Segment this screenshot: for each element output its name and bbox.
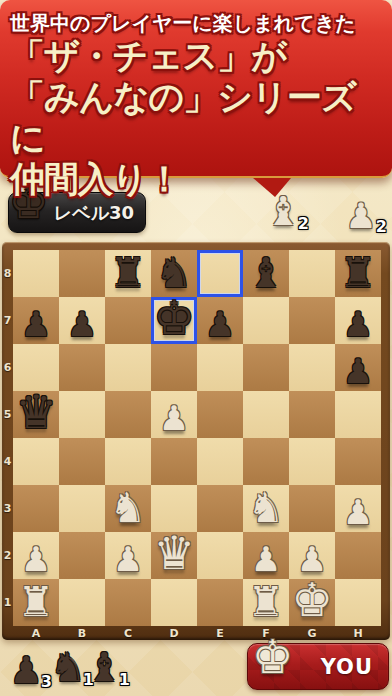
square-h3[interactable]: ♟ <box>335 485 381 532</box>
white-rook-f1[interactable]: ♜ <box>248 582 285 623</box>
white-pawn-h3[interactable]: ♟ <box>343 495 373 529</box>
rank-label-1: 1 <box>2 579 13 626</box>
square-d1[interactable] <box>151 579 197 626</box>
black-pawn-h6[interactable]: ♟ <box>343 354 373 388</box>
rank-label-2: 2 <box>2 532 13 579</box>
file-label-b: B <box>59 626 105 640</box>
square-b4[interactable] <box>59 438 105 485</box>
square-c5[interactable] <box>105 391 151 438</box>
square-g3[interactable] <box>289 485 335 532</box>
square-e2[interactable] <box>197 532 243 579</box>
promo-banner: 世界中のプレイヤーに楽しまれてきた 「ザ・チェス」が 「みんなの」シリーズに 仲… <box>0 0 392 178</box>
square-e7[interactable]: ♟ <box>197 297 243 344</box>
square-b5[interactable] <box>59 391 105 438</box>
square-a5[interactable]: ♛ <box>13 391 59 438</box>
square-d4[interactable] <box>151 438 197 485</box>
square-h1[interactable] <box>335 579 381 626</box>
square-d3[interactable] <box>151 485 197 532</box>
square-c3[interactable]: ♞ <box>105 485 151 532</box>
square-a1[interactable]: ♜ <box>13 579 59 626</box>
square-a3[interactable] <box>13 485 59 532</box>
black-rook-h8[interactable]: ♜ <box>340 253 377 294</box>
rank-label-7: 7 <box>2 297 13 344</box>
white-king-icon: ♚ <box>252 634 293 680</box>
square-c1[interactable] <box>105 579 151 626</box>
square-g1[interactable]: ♚ <box>289 579 335 626</box>
white-pawn-d5[interactable]: ♟ <box>159 401 189 435</box>
rank-label-6: 6 <box>2 344 13 391</box>
square-g7[interactable] <box>289 297 335 344</box>
white-pawn-c2[interactable]: ♟ <box>113 542 143 576</box>
square-f8[interactable]: ♝ <box>243 250 289 297</box>
square-a4[interactable] <box>13 438 59 485</box>
banner-line-4: 仲間入り！ <box>10 159 382 200</box>
banner-line-2: 「ザ・チェス」が <box>10 36 382 77</box>
banner-line-3: 「みんなの」シリーズに <box>10 77 382 159</box>
white-knight-c3[interactable]: ♞ <box>110 488 147 529</box>
square-f5[interactable] <box>243 391 289 438</box>
square-c7[interactable] <box>105 297 151 344</box>
white-rook-a1[interactable]: ♜ <box>18 582 55 623</box>
black-bishop-f8[interactable]: ♝ <box>248 253 285 294</box>
square-b7[interactable]: ♟ <box>59 297 105 344</box>
square-a2[interactable]: ♟ <box>13 532 59 579</box>
square-c2[interactable]: ♟ <box>105 532 151 579</box>
banner-line-1: 世界中のプレイヤーに楽しまれてきた <box>10 11 382 36</box>
captured-black-bishop-count: 1 <box>119 670 130 689</box>
square-c4[interactable] <box>105 438 151 485</box>
square-c6[interactable] <box>105 344 151 391</box>
square-f7[interactable] <box>243 297 289 344</box>
white-pawn-f2[interactable]: ♟ <box>251 542 281 576</box>
white-pawn-a2[interactable]: ♟ <box>21 542 51 576</box>
square-a6[interactable] <box>13 344 59 391</box>
square-h2[interactable] <box>335 532 381 579</box>
square-e4[interactable] <box>197 438 243 485</box>
file-label-g: G <box>289 626 335 640</box>
rank-label-3: 3 <box>2 485 13 532</box>
white-queen-d2[interactable]: ♛ <box>153 530 194 576</box>
file-label-d: D <box>151 626 197 640</box>
square-h6[interactable]: ♟ <box>335 344 381 391</box>
captured-black-pawn: ♟ 3 <box>3 641 49 689</box>
black-knight-d8[interactable]: ♞ <box>156 253 193 294</box>
square-b3[interactable] <box>59 485 105 532</box>
square-g4[interactable] <box>289 438 335 485</box>
square-e5[interactable] <box>197 391 243 438</box>
rank-label-8: 8 <box>2 250 13 297</box>
file-label-h: H <box>335 626 381 640</box>
square-b6[interactable] <box>59 344 105 391</box>
square-d7[interactable]: ♚ <box>151 297 197 344</box>
rank-label-4: 4 <box>2 438 13 485</box>
rank-label-5: 5 <box>2 391 13 438</box>
square-g2[interactable]: ♟ <box>289 532 335 579</box>
black-pawn-a7[interactable]: ♟ <box>21 307 51 341</box>
square-g6[interactable] <box>289 344 335 391</box>
square-g5[interactable] <box>289 391 335 438</box>
app-screenshot: 世界中のプレイヤーに楽しまれてきた 「ザ・チェス」が 「みんなの」シリーズに 仲… <box>0 0 392 696</box>
square-b8[interactable] <box>59 250 105 297</box>
file-label-c: C <box>105 626 151 640</box>
captured-white-bishop-count: 2 <box>298 214 309 233</box>
square-h5[interactable] <box>335 391 381 438</box>
square-d6[interactable] <box>151 344 197 391</box>
square-f4[interactable] <box>243 438 289 485</box>
square-e1[interactable] <box>197 579 243 626</box>
player-you-badge: ♚ YOU <box>247 643 389 690</box>
black-pawn-h7[interactable]: ♟ <box>343 307 373 341</box>
square-h4[interactable] <box>335 438 381 485</box>
black-pawn-e7[interactable]: ♟ <box>205 307 235 341</box>
square-f6[interactable] <box>243 344 289 391</box>
captured-white-pawn-count: 2 <box>376 217 387 236</box>
captured-black-bishop: ♝ 1 <box>81 639 127 687</box>
white-king-g1[interactable]: ♚ <box>291 577 332 623</box>
white-knight-f3[interactable]: ♞ <box>248 488 285 529</box>
square-a8[interactable] <box>13 250 59 297</box>
player-you-label: YOU <box>321 644 373 689</box>
file-label-a: A <box>13 626 59 640</box>
square-e6[interactable] <box>197 344 243 391</box>
square-e8[interactable] <box>197 250 243 297</box>
square-f1[interactable]: ♜ <box>243 579 289 626</box>
file-label-e: E <box>197 626 243 640</box>
square-h7[interactable]: ♟ <box>335 297 381 344</box>
black-rook-c8[interactable]: ♜ <box>110 253 147 294</box>
square-b2[interactable] <box>59 532 105 579</box>
square-e3[interactable] <box>197 485 243 532</box>
chess-board: ♜♞♝♜♟♟♚♟♟♟♛♟♞♞♟♟♟♛♟♟♜♜♚ 87654321 ABCDEFG… <box>2 242 390 640</box>
square-a7[interactable]: ♟ <box>13 297 59 344</box>
board-grid: ♜♞♝♜♟♟♚♟♟♟♛♟♞♞♟♟♟♛♟♟♜♜♚ <box>13 250 381 626</box>
square-g8[interactable] <box>289 250 335 297</box>
square-d8[interactable]: ♞ <box>151 250 197 297</box>
white-pawn-g2[interactable]: ♟ <box>297 542 327 576</box>
square-d5[interactable]: ♟ <box>151 391 197 438</box>
black-pawn-b7[interactable]: ♟ <box>67 307 97 341</box>
black-king-d7[interactable]: ♚ <box>153 295 194 341</box>
square-d2[interactable]: ♛ <box>151 532 197 579</box>
square-b1[interactable] <box>59 579 105 626</box>
black-queen-a5[interactable]: ♛ <box>15 389 56 435</box>
square-f2[interactable]: ♟ <box>243 532 289 579</box>
square-c8[interactable]: ♜ <box>105 250 151 297</box>
square-h8[interactable]: ♜ <box>335 250 381 297</box>
square-f3[interactable]: ♞ <box>243 485 289 532</box>
